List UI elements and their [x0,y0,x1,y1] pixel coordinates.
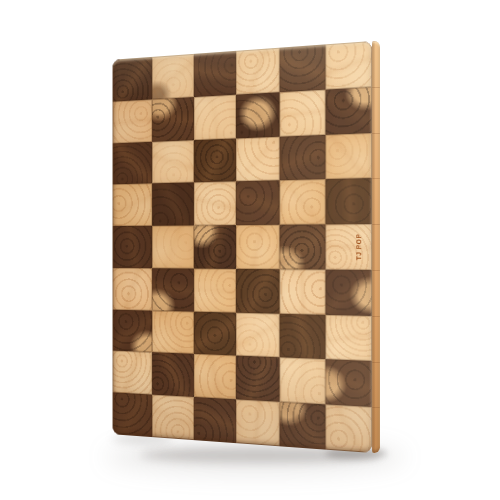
board-square [113,351,153,395]
board-square [280,313,325,359]
board-square [236,312,280,357]
board-square [280,402,325,450]
board-square [325,315,372,362]
board-square [113,393,153,437]
board-square [236,48,280,95]
board-square [280,44,325,92]
product-photo-scene: TJ POP [0,0,500,500]
board-square [280,134,325,180]
board-square [325,41,372,89]
board-square [325,87,372,135]
board-square [194,311,236,356]
board-square [194,397,236,443]
board-square [194,354,236,399]
cutting-board: TJ POP [113,41,372,453]
board-square [152,140,193,184]
board-square [280,224,325,269]
board-square [280,179,325,224]
board-square [194,138,236,183]
board-square [152,268,193,311]
board-square [325,405,372,453]
board-square [236,181,280,226]
board-square [152,183,193,226]
brand-logo: TJ POP [355,234,362,261]
board-square [113,141,153,184]
board-square [194,51,236,97]
board-square [325,224,372,270]
board-square [113,99,153,143]
board-square [152,310,193,354]
board-square [236,136,280,181]
board-side-edge [372,41,380,453]
board-square [325,133,372,180]
board-square [236,269,280,314]
board-square [194,225,236,269]
board-square [236,356,280,402]
board-square [152,353,193,398]
board-square [194,268,236,312]
board-square [113,57,153,101]
board-square [113,268,153,311]
board-square [152,54,193,99]
board-square [236,225,280,269]
board-square [152,226,193,269]
board-square [152,97,193,142]
board-square [236,400,280,447]
board-square [152,395,193,440]
board-square [113,184,153,227]
board-square [325,269,372,315]
board-square [280,358,325,405]
board-square [325,360,372,408]
board-square [236,92,280,138]
board-square [113,309,153,352]
board-square [280,269,325,314]
board-square [325,178,372,224]
board-square [194,94,236,139]
board-square [113,226,153,268]
board-square [194,182,236,226]
board-square [280,89,325,136]
